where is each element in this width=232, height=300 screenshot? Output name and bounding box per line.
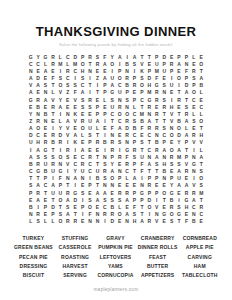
grid-cell: P — [183, 153, 190, 160]
grid-cell: T — [49, 196, 56, 203]
grid-cell: E — [79, 218, 86, 225]
grid-cell: C — [198, 103, 205, 110]
grid-cell: S — [64, 203, 71, 210]
grid-cell: I — [86, 74, 93, 81]
grid-cell: C — [116, 117, 123, 124]
grid-cell: P — [42, 203, 49, 210]
grid-cell: C — [27, 168, 34, 175]
grid-cell: T — [183, 96, 190, 103]
grid-cell: T — [71, 210, 78, 217]
grid-cell: E — [34, 67, 41, 74]
grid-cell: R — [146, 103, 153, 110]
grid-cell: I — [86, 89, 93, 96]
grid-cell: B — [101, 139, 108, 146]
grid-cell: B — [49, 139, 56, 146]
grid-cell: O — [57, 196, 64, 203]
grid-cell: G — [190, 160, 197, 167]
grid-cell: M — [71, 60, 78, 67]
grid-cell: T — [49, 146, 56, 153]
grid-cell: P — [131, 139, 138, 146]
grid-cell: R — [123, 189, 130, 196]
grid-cell: P — [168, 175, 175, 182]
grid-cell: R — [198, 203, 205, 210]
grid-cell: N — [160, 89, 167, 96]
grid-cell: R — [34, 117, 41, 124]
grid-cell: T — [146, 139, 153, 146]
grid-cell: Y — [175, 139, 182, 146]
grid-cell: C — [64, 53, 71, 60]
grid-cell: V — [198, 139, 205, 146]
grid-cell: G — [123, 146, 130, 153]
grid-cell: I — [175, 82, 182, 89]
grid-cell: M — [146, 89, 153, 96]
grid-cell: R — [123, 132, 130, 139]
grid-cell: A — [34, 196, 41, 203]
grid-cell: G — [153, 82, 160, 89]
grid-cell: A — [138, 218, 145, 225]
grid-cell: N — [116, 168, 123, 175]
grid-cell: S — [86, 132, 93, 139]
grid-cell: S — [198, 168, 205, 175]
grid-cell: T — [153, 168, 160, 175]
grid-cell: C — [42, 182, 49, 189]
grid-cell: V — [64, 125, 71, 132]
grid-cell: F — [71, 89, 78, 96]
grid-cell: T — [198, 160, 205, 167]
grid-cell: A — [175, 146, 182, 153]
grid-cell: R — [168, 153, 175, 160]
grid-cell: U — [57, 189, 64, 196]
grid-cell: P — [183, 139, 190, 146]
footer-site: mapleplanners.com — [0, 287, 232, 292]
grid-cell: P — [101, 89, 108, 96]
grid-cell: U — [109, 103, 116, 110]
grid-cell: R — [146, 125, 153, 132]
grid-cell: N — [101, 153, 108, 160]
grid-cell: R — [153, 110, 160, 117]
grid-cell: I — [168, 96, 175, 103]
grid-cell: A — [79, 89, 86, 96]
grid-cell: A — [27, 89, 34, 96]
grid-cell: N — [64, 175, 71, 182]
grid-cell: B — [27, 160, 34, 167]
grid-cell: F — [57, 175, 64, 182]
grid-cell: E — [198, 53, 205, 60]
grid-cell: G — [27, 53, 34, 60]
grid-cell: E — [94, 96, 101, 103]
grid-cell: A — [198, 153, 205, 160]
grid-cell: Y — [27, 110, 34, 117]
grid-cell: R — [131, 146, 138, 153]
grid-cell: N — [109, 132, 116, 139]
grid-cell: P — [183, 74, 190, 81]
grid-cell: A — [71, 132, 78, 139]
grid-cell: C — [190, 96, 197, 103]
grid-cell: Y — [109, 53, 116, 60]
grid-cell: L — [42, 218, 49, 225]
grid-cell: E — [109, 189, 116, 196]
grid-cell: R — [183, 110, 190, 117]
grid-cell: U — [86, 125, 93, 132]
grid-cell: T — [198, 67, 205, 74]
grid-cell: L — [57, 53, 64, 60]
grid-cell: S — [190, 74, 197, 81]
grid-cell: I — [57, 67, 64, 74]
grid-cell: H — [183, 203, 190, 210]
grid-cell: V — [71, 96, 78, 103]
grid-cell: E — [198, 96, 205, 103]
grid-cell: L — [27, 218, 34, 225]
grid-cell: A — [101, 74, 108, 81]
grid-cell: P — [131, 160, 138, 167]
word-item: YAMS — [97, 263, 133, 269]
grid-cell: S — [153, 160, 160, 167]
grid-cell: P — [131, 74, 138, 81]
grid-cell: S — [123, 96, 130, 103]
grid-cell: U — [86, 117, 93, 124]
grid-cell: E — [160, 74, 167, 81]
word-item: LEFTOVERS — [97, 254, 133, 260]
grid-cell: A — [94, 196, 101, 203]
puzzle-title: THANKSGIVING DINNER — [0, 25, 232, 39]
grid-cell: E — [168, 89, 175, 96]
word-list: TURKEYSTUFFINGGRAVYCRANBERRYCORNBREADGRE… — [14, 235, 218, 279]
grid-cell: A — [183, 182, 190, 189]
grid-cell: R — [153, 96, 160, 103]
grid-cell: S — [168, 160, 175, 167]
grid-cell: C — [131, 132, 138, 139]
grid-cell: S — [160, 125, 167, 132]
grid-cell: U — [49, 189, 56, 196]
grid-cell: A — [131, 175, 138, 182]
grid-cell: E — [168, 168, 175, 175]
grid-cell: F — [153, 74, 160, 81]
grid-cell: A — [198, 74, 205, 81]
grid-cell: I — [153, 196, 160, 203]
grid-cell: C — [131, 110, 138, 117]
grid-cell: I — [109, 67, 116, 74]
grid-cell: G — [160, 210, 167, 217]
grid-cell: G — [146, 96, 153, 103]
grid-cell: T — [183, 146, 190, 153]
grid-cell: C — [27, 60, 34, 67]
grid-cell: L — [198, 89, 205, 96]
grid-cell: G — [168, 189, 175, 196]
grid-cell: R — [146, 182, 153, 189]
grid-cell: A — [27, 74, 34, 81]
grid-cell: P — [146, 189, 153, 196]
grid-cell: S — [101, 196, 108, 203]
grid-cell: S — [79, 103, 86, 110]
grid-cell: B — [175, 117, 182, 124]
grid-cell: P — [183, 53, 190, 60]
grid-cell: T — [131, 168, 138, 175]
grid-cell: M — [153, 67, 160, 74]
grid-cell: E — [153, 182, 160, 189]
grid-cell: S — [79, 189, 86, 196]
word-search-page: THANKSGIVING DINNER Solve the following … — [0, 0, 232, 300]
grid-cell: O — [116, 110, 123, 117]
grid-cell: T — [27, 175, 34, 182]
grid-cell: S — [101, 160, 108, 167]
grid-cell: P — [146, 175, 153, 182]
grid-cell: R — [79, 160, 86, 167]
grid-cell: E — [27, 196, 34, 203]
grid-cell: O — [168, 210, 175, 217]
grid-cell: S — [64, 82, 71, 89]
grid-cell: P — [94, 103, 101, 110]
grid-cell: S — [86, 196, 93, 203]
grid-cell: Y — [57, 96, 64, 103]
grid-cell: V — [49, 96, 56, 103]
grid-cell: H — [131, 218, 138, 225]
grid-cell: A — [190, 196, 197, 203]
grid-cell: R — [49, 132, 56, 139]
grid-cell: S — [34, 218, 41, 225]
grid-cell: T — [160, 110, 167, 117]
word-item: HAM — [182, 263, 218, 269]
grid-cell: L — [49, 218, 56, 225]
grid-cell: E — [198, 218, 205, 225]
grid-cell: E — [27, 103, 34, 110]
grid-cell: E — [94, 146, 101, 153]
grid-cell: E — [86, 146, 93, 153]
grid-cell: U — [42, 160, 49, 167]
grid-cell: A — [57, 103, 64, 110]
grid-cell: T — [146, 53, 153, 60]
word-item: CORNBREAD — [182, 235, 218, 241]
grid-cell: E — [34, 89, 41, 96]
grid-cell: C — [160, 132, 167, 139]
grid-cell: R — [64, 189, 71, 196]
grid-cell: E — [168, 139, 175, 146]
grid-cell: E — [64, 96, 71, 103]
grid-cell: R — [109, 210, 116, 217]
grid-cell: L — [131, 103, 138, 110]
grid-cell: L — [198, 146, 205, 153]
grid-cell: D — [175, 132, 182, 139]
word-item: APPLE PIE — [182, 244, 218, 250]
grid-cell: U — [49, 168, 56, 175]
grid-cell: U — [109, 74, 116, 81]
grid-cell: E — [49, 117, 56, 124]
grid-cell: N — [57, 160, 64, 167]
grid-cell: P — [146, 67, 153, 74]
grid-cell: R — [123, 117, 130, 124]
grid-cell: I — [190, 175, 197, 182]
grid-cell: T — [94, 182, 101, 189]
grid-cell: Y — [57, 125, 64, 132]
word-item: ROASTING — [57, 254, 93, 260]
grid-cell: L — [183, 125, 190, 132]
grid-cell: S — [57, 74, 64, 81]
grid-cell: M — [175, 153, 182, 160]
grid-cell: N — [190, 153, 197, 160]
grid-cell: N — [160, 175, 167, 182]
grid-cell: A — [34, 82, 41, 89]
grid-cell: R — [34, 189, 41, 196]
word-item: STUFFING — [57, 235, 93, 241]
grid-cell: A — [109, 82, 116, 89]
grid-cell: F — [109, 125, 116, 132]
grid-cell: V — [64, 132, 71, 139]
grid-cell: I — [116, 60, 123, 67]
grid-cell: C — [79, 82, 86, 89]
grid-cell: C — [86, 160, 93, 167]
grid-cell: R — [146, 218, 153, 225]
grid-cell: L — [123, 175, 130, 182]
grid-cell: N — [146, 110, 153, 117]
grid-cell: R — [49, 103, 56, 110]
grid-cell: N — [27, 210, 34, 217]
grid-cell: P — [153, 53, 160, 60]
grid-cell: S — [109, 96, 116, 103]
grid-cell: C — [79, 153, 86, 160]
grid-cell: O — [57, 82, 64, 89]
grid-cell: U — [168, 82, 175, 89]
grid-cell: U — [160, 67, 167, 74]
grid-cell: P — [131, 196, 138, 203]
grid-cell: T — [146, 168, 153, 175]
grid-cell: S — [27, 182, 34, 189]
grid-cell: C — [34, 132, 41, 139]
grid-cell: N — [153, 132, 160, 139]
grid-cell: P — [94, 110, 101, 117]
grid-cell: E — [71, 125, 78, 132]
grid-cell: P — [101, 82, 108, 89]
grid-cell: N — [116, 96, 123, 103]
grid-cell: B — [123, 60, 130, 67]
grid-cell: N — [123, 103, 130, 110]
grid-cell: K — [138, 67, 145, 74]
grid-cell: B — [198, 82, 205, 89]
grid-cell: C — [146, 132, 153, 139]
word-item: BUTTER — [138, 263, 178, 269]
grid-cell: T — [94, 160, 101, 167]
grid-cell: A — [109, 168, 116, 175]
grid-cell: E — [42, 132, 49, 139]
grid-cell: E — [42, 74, 49, 81]
grid-cell: C — [198, 210, 205, 217]
grid-cell: A — [27, 125, 34, 132]
grid-cell: T — [109, 117, 116, 124]
grid-cell: E — [116, 160, 123, 167]
word-item: PECAN PIE — [14, 254, 53, 260]
grid-cell: S — [138, 74, 145, 81]
grid-cell: S — [34, 153, 41, 160]
grid-cell: P — [27, 189, 34, 196]
grid-cell: A — [146, 117, 153, 124]
word-item: GREEN BEANS — [14, 244, 53, 250]
grid-cell: M — [198, 189, 205, 196]
grid-cell: A — [146, 160, 153, 167]
grid-cell: P — [116, 175, 123, 182]
grid-cell: O — [160, 189, 167, 196]
grid-cell: R — [183, 189, 190, 196]
grid-cell: E — [131, 89, 138, 96]
grid-cell: R — [49, 60, 56, 67]
grid-cell: I — [116, 146, 123, 153]
grid-cell: S — [138, 139, 145, 146]
grid-cell: R — [94, 139, 101, 146]
grid-cell: A — [183, 132, 190, 139]
grid-cell: T — [138, 103, 145, 110]
grid-cell: R — [116, 153, 123, 160]
grid-cell: R — [123, 74, 130, 81]
grid-cell: E — [175, 67, 182, 74]
grid-cell: N — [153, 210, 160, 217]
grid-cell: A — [116, 53, 123, 60]
grid-cell: U — [94, 168, 101, 175]
grid-cell: V — [153, 218, 160, 225]
grid-cell: E — [71, 103, 78, 110]
grid-cell: L — [116, 203, 123, 210]
grid-cell: C — [146, 146, 153, 153]
grid-cell: A — [101, 60, 108, 67]
grid-cell: F — [49, 74, 56, 81]
grid-cell: T — [49, 110, 56, 117]
grid-cell: R — [190, 67, 197, 74]
grid-cell: N — [34, 110, 41, 117]
grid-cell: N — [94, 218, 101, 225]
grid-cell: I — [101, 132, 108, 139]
grid-cell: E — [123, 182, 130, 189]
grid-cell: D — [71, 196, 78, 203]
grid-cell: F — [138, 160, 145, 167]
grid-cell: N — [123, 218, 130, 225]
grid-cell: F — [131, 203, 138, 210]
grid-cell: A — [183, 89, 190, 96]
grid-cell: D — [123, 125, 130, 132]
grid-cell: V — [153, 203, 160, 210]
grid-cell: R — [94, 60, 101, 67]
grid-cell: V — [183, 160, 190, 167]
grid-cell: T — [138, 210, 145, 217]
grid-cell: P — [86, 182, 93, 189]
grid-cell: B — [153, 139, 160, 146]
grid-cell: E — [138, 132, 145, 139]
grid-cell: L — [49, 89, 56, 96]
grid-cell: R — [116, 103, 123, 110]
grid-cell: I — [64, 168, 71, 175]
grid-cell: I — [94, 82, 101, 89]
grid-cell: P — [79, 203, 86, 210]
grid-cell: E — [123, 203, 130, 210]
grid-cell: R — [34, 96, 41, 103]
grid-cell: M — [138, 110, 145, 117]
grid-cell: B — [160, 168, 167, 175]
grid-cell: P — [49, 210, 56, 217]
grid-cell: T — [138, 146, 145, 153]
grid-cell: I — [131, 67, 138, 74]
grid-cell: G — [42, 53, 49, 60]
grid-cell: I — [86, 175, 93, 182]
grid-cell: P — [138, 89, 145, 96]
grid-cell: E — [153, 103, 160, 110]
grid-cell: O — [79, 60, 86, 67]
grid-cell: T — [175, 89, 182, 96]
grid-cell: S — [86, 103, 93, 110]
grid-cell: S — [109, 196, 116, 203]
grid-cell: R — [109, 139, 116, 146]
grid-cell: E — [49, 67, 56, 74]
grid-cell: P — [109, 153, 116, 160]
grid-cell: R — [153, 89, 160, 96]
grid-cell: A — [175, 60, 182, 67]
grid-cell: E — [64, 103, 71, 110]
grid-cell: A — [64, 117, 71, 124]
word-item: GRAVY — [97, 235, 133, 241]
